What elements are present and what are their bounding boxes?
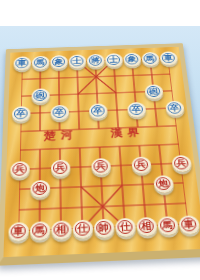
piece-blue-general[interactable]: 將	[86, 53, 104, 67]
piece-character: 士	[73, 58, 82, 65]
piece-ring: 仕	[117, 220, 133, 235]
piece-ring: 士	[107, 54, 121, 65]
piece-red-elephant[interactable]: 相	[135, 216, 157, 235]
piece-character: 兵	[55, 163, 65, 172]
piece-ring: 砲	[146, 86, 161, 98]
piece-ring: 馬	[143, 53, 157, 64]
piece-character: 仕	[120, 222, 131, 232]
piece-character: 兵	[176, 159, 187, 168]
piece-character: 仕	[77, 224, 87, 234]
piece-blue-cannon[interactable]: 砲	[31, 88, 49, 103]
piece-ring: 卒	[52, 106, 66, 118]
piece-character: 象	[54, 58, 63, 65]
piece-ring: 相	[138, 219, 155, 234]
piece-red-chariot[interactable]: 車	[178, 215, 200, 234]
piece-character: 卒	[55, 108, 64, 116]
xiangqi-board: 楚河 漢界 車馬象士將士象馬車砲砲卒卒卒卒卒兵兵兵兵兵炮炮車馬相仕帥仕相馬車	[0, 43, 200, 265]
piece-blue-advisor[interactable]: 士	[68, 54, 86, 68]
river-label-chu-he: 楚河	[44, 128, 78, 143]
piece-red-advisor[interactable]: 仕	[114, 217, 135, 236]
piece-ring: 馬	[32, 223, 48, 238]
piece-ring: 車	[10, 224, 26, 239]
piece-character: 兵	[96, 162, 106, 171]
piece-ring: 相	[53, 222, 69, 237]
piece-red-soldier[interactable]: 兵	[50, 159, 69, 177]
piece-ring: 車	[15, 58, 29, 69]
piece-blue-soldier[interactable]: 卒	[126, 102, 146, 118]
piece-ring: 兵	[173, 157, 189, 170]
piece-ring: 卒	[129, 103, 144, 115]
piece-ring: 炮	[155, 177, 171, 191]
product-photo-scene: 楚河 漢界 車馬象士將士象馬車砲砲卒卒卒卒卒兵兵兵兵兵炮炮車馬相仕帥仕相馬車	[0, 0, 200, 280]
piece-red-chariot[interactable]: 車	[8, 222, 29, 242]
piece-character: 炮	[158, 179, 169, 188]
piece-ring: 兵	[133, 158, 149, 171]
piece-blue-elephant[interactable]: 象	[123, 52, 142, 66]
piece-character: 卒	[169, 104, 179, 112]
piece-character: 帥	[98, 223, 109, 233]
piece-ring: 馬	[34, 57, 47, 68]
piece-red-soldier[interactable]: 兵	[10, 161, 30, 179]
piece-character: 兵	[15, 165, 25, 174]
piece-character: 卒	[131, 105, 141, 113]
piece-ring: 兵	[12, 163, 27, 176]
piece-character: 象	[127, 56, 136, 63]
piece-ring: 卒	[167, 102, 182, 114]
piece-ring: 兵	[93, 160, 108, 173]
piece-blue-advisor[interactable]: 士	[104, 53, 122, 67]
piece-ring: 兵	[53, 161, 68, 174]
piece-ring: 卒	[14, 108, 28, 120]
piece-red-advisor[interactable]: 仕	[72, 219, 93, 239]
river-label-han-jie: 漢界	[110, 125, 144, 140]
piece-character: 將	[91, 57, 100, 64]
piece-ring: 炮	[32, 182, 47, 196]
piece-character: 相	[141, 221, 152, 231]
piece-character: 車	[164, 54, 173, 61]
piece-character: 相	[56, 225, 66, 235]
piece-blue-elephant[interactable]: 象	[50, 55, 68, 69]
piece-blue-cannon[interactable]: 砲	[144, 84, 163, 99]
piece-character: 車	[17, 59, 26, 66]
piece-blue-chariot[interactable]: 車	[159, 51, 178, 65]
piece-character: 馬	[162, 220, 173, 230]
piece-red-cannon[interactable]: 炮	[30, 179, 50, 197]
piece-ring: 士	[70, 56, 84, 67]
piece-ring: 車	[180, 217, 197, 232]
piece-red-elephant[interactable]: 相	[51, 220, 72, 240]
piece-character: 馬	[145, 55, 154, 62]
piece-character: 炮	[35, 184, 45, 193]
piece-character: 砲	[149, 88, 159, 96]
piece-ring: 卒	[91, 105, 106, 117]
piece-ring: 砲	[33, 90, 47, 102]
piece-character: 馬	[36, 59, 45, 66]
piece-red-horse[interactable]: 馬	[29, 221, 49, 241]
piece-ring: 象	[52, 56, 65, 67]
piece-red-soldier[interactable]: 兵	[131, 156, 152, 173]
piece-character: 兵	[136, 160, 146, 169]
board-grid	[18, 58, 188, 231]
piece-ring: 車	[161, 53, 175, 64]
piece-ring: 馬	[159, 218, 176, 233]
piece-blue-soldier[interactable]: 卒	[50, 104, 69, 120]
piece-ring: 帥	[96, 220, 112, 235]
piece-blue-soldier[interactable]: 卒	[11, 106, 30, 122]
piece-blue-soldier[interactable]: 卒	[88, 103, 107, 119]
piece-character: 士	[109, 56, 118, 63]
piece-ring: 仕	[74, 221, 90, 236]
piece-character: 卒	[93, 107, 103, 115]
piece-character: 砲	[36, 92, 45, 100]
piece-character: 馬	[35, 226, 45, 236]
piece-blue-horse[interactable]: 馬	[141, 52, 160, 66]
piece-ring: 象	[125, 54, 139, 65]
piece-blue-horse[interactable]: 馬	[31, 55, 49, 69]
piece-character: 車	[183, 220, 194, 230]
piece-blue-chariot[interactable]: 車	[13, 56, 31, 70]
piece-character: 卒	[16, 110, 25, 118]
piece-ring: 將	[88, 55, 102, 66]
piece-red-soldier[interactable]: 兵	[91, 158, 111, 176]
piece-layer: 車馬象士將士象馬車砲砲卒卒卒卒卒兵兵兵兵兵炮炮車馬相仕帥仕相馬車	[10, 47, 178, 53]
piece-character: 車	[13, 226, 23, 236]
piece-red-general[interactable]: 帥	[93, 218, 114, 238]
